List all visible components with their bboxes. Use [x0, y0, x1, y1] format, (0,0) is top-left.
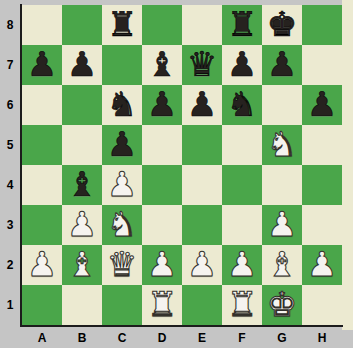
- square-a7[interactable]: ♟: [22, 45, 62, 85]
- file-label: C: [102, 328, 142, 348]
- rank-label: 4: [0, 165, 20, 205]
- rank-label: 6: [0, 85, 20, 125]
- piece-white-rook[interactable]: ♜: [227, 284, 257, 324]
- piece-white-pawn[interactable]: ♟: [267, 204, 297, 244]
- square-h5[interactable]: [302, 125, 342, 165]
- rank-label: 3: [0, 205, 20, 245]
- square-a6[interactable]: [22, 85, 62, 125]
- square-b2[interactable]: ♝: [62, 245, 102, 285]
- square-g6[interactable]: [262, 85, 302, 125]
- piece-white-pawn[interactable]: ♟: [67, 204, 97, 244]
- square-b1[interactable]: [62, 285, 102, 325]
- square-g5[interactable]: ♞: [262, 125, 302, 165]
- square-f1[interactable]: ♜: [222, 285, 262, 325]
- square-f2[interactable]: ♟: [222, 245, 262, 285]
- rank-coordinates: 87654321: [0, 5, 20, 325]
- square-a3[interactable]: [22, 205, 62, 245]
- square-b3[interactable]: ♟: [62, 205, 102, 245]
- square-e7[interactable]: ♛: [182, 45, 222, 85]
- square-c2[interactable]: ♛: [102, 245, 142, 285]
- piece-black-pawn[interactable]: ♟: [27, 44, 57, 84]
- file-label: H: [302, 328, 342, 348]
- square-h4[interactable]: [302, 165, 342, 205]
- piece-white-pawn[interactable]: ♟: [227, 244, 257, 284]
- square-e6[interactable]: ♟: [182, 85, 222, 125]
- square-g8[interactable]: ♚: [262, 5, 302, 45]
- square-b7[interactable]: ♟: [62, 45, 102, 85]
- square-a1[interactable]: [22, 285, 62, 325]
- file-label: E: [182, 328, 222, 348]
- square-b8[interactable]: [62, 5, 102, 45]
- square-e2[interactable]: ♟: [182, 245, 222, 285]
- piece-black-rook[interactable]: ♜: [227, 4, 257, 44]
- piece-white-king[interactable]: ♚: [267, 284, 297, 324]
- square-h1[interactable]: [302, 285, 342, 325]
- square-h8[interactable]: [302, 5, 342, 45]
- square-c7[interactable]: [102, 45, 142, 85]
- piece-black-pawn[interactable]: ♟: [107, 124, 137, 164]
- board-right-margin: [342, 0, 353, 330]
- board-edge-bottom: [20, 325, 343, 327]
- file-label: A: [22, 328, 62, 348]
- board: ♜♜♚♟♟♝♛♟♟♞♟♟♞♟♟♞♝♟♟♞♟♟♝♛♟♟♟♝♟♜♜♚: [22, 5, 342, 325]
- square-d8[interactable]: [142, 5, 182, 45]
- file-label: D: [142, 328, 182, 348]
- file-label: G: [262, 328, 302, 348]
- piece-black-pawn[interactable]: ♟: [307, 84, 337, 124]
- piece-black-bishop[interactable]: ♝: [67, 164, 97, 204]
- piece-black-rook[interactable]: ♜: [107, 4, 137, 44]
- rank-label: 8: [0, 5, 20, 45]
- piece-black-bishop[interactable]: ♝: [147, 44, 177, 84]
- chess-board-window: 87654321 ♜♜♚♟♟♝♛♟♟♞♟♟♞♟♟♞♝♟♟♞♟♟♝♛♟♟♟♝♟♜♜…: [0, 0, 353, 348]
- square-f5[interactable]: [222, 125, 262, 165]
- square-a8[interactable]: [22, 5, 62, 45]
- piece-black-pawn[interactable]: ♟: [147, 84, 177, 124]
- piece-black-pawn[interactable]: ♟: [187, 84, 217, 124]
- piece-white-bishop[interactable]: ♝: [67, 244, 97, 284]
- square-h6[interactable]: ♟: [302, 85, 342, 125]
- square-c3[interactable]: ♞: [102, 205, 142, 245]
- square-h2[interactable]: ♟: [302, 245, 342, 285]
- piece-white-pawn[interactable]: ♟: [27, 244, 57, 284]
- square-a4[interactable]: [22, 165, 62, 205]
- piece-white-knight[interactable]: ♞: [267, 124, 297, 164]
- rank-label: 1: [0, 285, 20, 325]
- square-d1[interactable]: ♜: [142, 285, 182, 325]
- square-b4[interactable]: ♝: [62, 165, 102, 205]
- piece-black-pawn[interactable]: ♟: [227, 44, 257, 84]
- square-g3[interactable]: ♟: [262, 205, 302, 245]
- square-f3[interactable]: [222, 205, 262, 245]
- square-d5[interactable]: [142, 125, 182, 165]
- square-c1[interactable]: [102, 285, 142, 325]
- piece-black-king[interactable]: ♚: [267, 4, 297, 44]
- square-h3[interactable]: [302, 205, 342, 245]
- square-f6[interactable]: ♞: [222, 85, 262, 125]
- square-g4[interactable]: [262, 165, 302, 205]
- square-e1[interactable]: [182, 285, 222, 325]
- square-e8[interactable]: [182, 5, 222, 45]
- square-c5[interactable]: ♟: [102, 125, 142, 165]
- square-d4[interactable]: [142, 165, 182, 205]
- rank-label: 2: [0, 245, 20, 285]
- square-b5[interactable]: [62, 125, 102, 165]
- square-a5[interactable]: [22, 125, 62, 165]
- piece-white-knight[interactable]: ♞: [107, 204, 137, 244]
- piece-white-bishop[interactable]: ♝: [267, 244, 297, 284]
- square-f7[interactable]: ♟: [222, 45, 262, 85]
- piece-black-queen[interactable]: ♛: [187, 44, 217, 84]
- square-h7[interactable]: [302, 45, 342, 85]
- square-b6[interactable]: [62, 85, 102, 125]
- square-c8[interactable]: ♜: [102, 5, 142, 45]
- rank-label: 7: [0, 45, 20, 85]
- square-g7[interactable]: ♟: [262, 45, 302, 85]
- square-f8[interactable]: ♜: [222, 5, 262, 45]
- file-label: B: [62, 328, 102, 348]
- piece-black-knight[interactable]: ♞: [107, 84, 137, 124]
- piece-white-queen[interactable]: ♛: [107, 244, 137, 284]
- square-e5[interactable]: [182, 125, 222, 165]
- square-g2[interactable]: ♝: [262, 245, 302, 285]
- piece-white-pawn[interactable]: ♟: [147, 244, 177, 284]
- piece-white-rook[interactable]: ♜: [147, 284, 177, 324]
- piece-black-knight[interactable]: ♞: [227, 84, 257, 124]
- square-e4[interactable]: [182, 165, 222, 205]
- file-coordinates: ABCDEFGH: [22, 328, 342, 348]
- square-c6[interactable]: ♞: [102, 85, 142, 125]
- square-g1[interactable]: ♚: [262, 285, 302, 325]
- square-d2[interactable]: ♟: [142, 245, 182, 285]
- rank-label: 5: [0, 125, 20, 165]
- piece-white-pawn[interactable]: ♟: [107, 164, 137, 204]
- file-label: F: [222, 328, 262, 348]
- square-d6[interactable]: ♟: [142, 85, 182, 125]
- piece-white-pawn[interactable]: ♟: [307, 244, 337, 284]
- square-f4[interactable]: [222, 165, 262, 205]
- piece-black-pawn[interactable]: ♟: [67, 44, 97, 84]
- square-d7[interactable]: ♝: [142, 45, 182, 85]
- square-d3[interactable]: [142, 205, 182, 245]
- square-e3[interactable]: [182, 205, 222, 245]
- square-a2[interactable]: ♟: [22, 245, 62, 285]
- piece-white-pawn[interactable]: ♟: [187, 244, 217, 284]
- square-c4[interactable]: ♟: [102, 165, 142, 205]
- piece-black-pawn[interactable]: ♟: [267, 44, 297, 84]
